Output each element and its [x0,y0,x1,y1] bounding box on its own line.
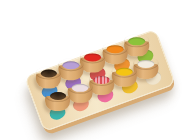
pot-open-hole [40,69,56,77]
wooden-pot-striped-lid[interactable] [89,72,114,94]
wooden-pot-open-ring[interactable] [45,89,70,111]
wooden-pot-red-lid[interactable] [80,50,105,72]
wooden-pot-pale-lid[interactable] [67,80,92,102]
board-grid [25,30,174,131]
wooden-pot-orange-lid[interactable] [102,42,127,64]
pot-lid-green [129,37,146,45]
pot-lid-pale [71,83,88,91]
sorting-tray-board [24,29,176,132]
pot-lid-orange [106,45,123,53]
wooden-pot-open-ring[interactable] [36,66,61,88]
wooden-pot-green-lid[interactable] [125,34,150,56]
wooden-pot-lilac-lid[interactable] [58,58,83,80]
wooden-pot-white-lid[interactable] [134,56,159,78]
pot-lid-lilac [62,61,79,69]
product-photo-background [0,0,189,140]
pot-lid-striped [93,75,110,83]
wooden-pot-yellow-lid[interactable] [111,64,136,86]
board-cell-r1c0 [44,92,74,122]
pot-lid-yellow [115,67,132,75]
pot-open-hole [49,91,65,99]
pot-lid-red [84,53,101,61]
